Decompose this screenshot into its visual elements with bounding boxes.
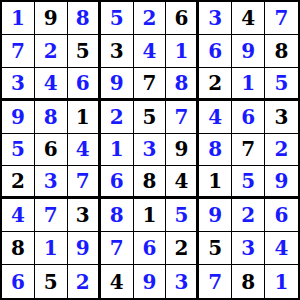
cell-r9c8[interactable]: 8 <box>232 265 265 298</box>
cell-r1c2[interactable]: 9 <box>35 2 68 35</box>
cell-r8c9[interactable]: 4 <box>265 232 298 265</box>
cell-r7c5[interactable]: 1 <box>134 199 167 232</box>
cell-r8c5[interactable]: 6 <box>134 232 167 265</box>
cell-r9c6[interactable]: 3 <box>166 265 199 298</box>
cell-r6c1[interactable]: 2 <box>2 166 35 199</box>
cell-r5c8[interactable]: 7 <box>232 134 265 167</box>
cell-r8c8[interactable]: 3 <box>232 232 265 265</box>
cell-r3c7[interactable]: 2 <box>199 68 232 101</box>
cell-r5c2[interactable]: 6 <box>35 134 68 167</box>
cell-r2c3[interactable]: 5 <box>68 35 101 68</box>
cell-r8c4[interactable]: 7 <box>101 232 134 265</box>
cell-r3c6[interactable]: 8 <box>166 68 199 101</box>
cell-r1c9[interactable]: 7 <box>265 2 298 35</box>
cell-r7c2[interactable]: 7 <box>35 199 68 232</box>
cell-r1c7[interactable]: 3 <box>199 2 232 35</box>
cell-r7c6[interactable]: 5 <box>166 199 199 232</box>
cell-r2c4[interactable]: 3 <box>101 35 134 68</box>
cell-r2c5[interactable]: 4 <box>134 35 167 68</box>
cell-r9c1[interactable]: 6 <box>2 265 35 298</box>
cell-r4c3[interactable]: 1 <box>68 101 101 134</box>
cell-r3c2[interactable]: 4 <box>35 68 68 101</box>
cell-r4c2[interactable]: 8 <box>35 101 68 134</box>
cell-r6c9[interactable]: 9 <box>265 166 298 199</box>
cell-r7c7[interactable]: 9 <box>199 199 232 232</box>
cell-r1c4[interactable]: 5 <box>101 2 134 35</box>
cell-r1c3[interactable]: 8 <box>68 2 101 35</box>
cell-r6c8[interactable]: 5 <box>232 166 265 199</box>
cell-r4c4[interactable]: 2 <box>101 101 134 134</box>
cell-r3c8[interactable]: 1 <box>232 68 265 101</box>
cell-r5c3[interactable]: 4 <box>68 134 101 167</box>
cell-r2c2[interactable]: 2 <box>35 35 68 68</box>
cell-r7c8[interactable]: 2 <box>232 199 265 232</box>
cell-r8c7[interactable]: 5 <box>199 232 232 265</box>
cell-r6c5[interactable]: 8 <box>134 166 167 199</box>
cell-r9c7[interactable]: 7 <box>199 265 232 298</box>
cell-r7c4[interactable]: 8 <box>101 199 134 232</box>
cell-r8c1[interactable]: 8 <box>2 232 35 265</box>
cell-r5c7[interactable]: 8 <box>199 134 232 167</box>
cell-r1c8[interactable]: 4 <box>232 2 265 35</box>
cell-r5c4[interactable]: 1 <box>101 134 134 167</box>
cell-r5c6[interactable]: 9 <box>166 134 199 167</box>
cell-r5c5[interactable]: 3 <box>134 134 167 167</box>
cell-r7c3[interactable]: 3 <box>68 199 101 232</box>
cell-r3c9[interactable]: 5 <box>265 68 298 101</box>
cell-r6c7[interactable]: 1 <box>199 166 232 199</box>
cell-r4c1[interactable]: 9 <box>2 101 35 134</box>
cell-r9c2[interactable]: 5 <box>35 265 68 298</box>
cell-r4c6[interactable]: 7 <box>166 101 199 134</box>
cell-r2c6[interactable]: 1 <box>166 35 199 68</box>
cell-r9c3[interactable]: 2 <box>68 265 101 298</box>
cell-r6c6[interactable]: 4 <box>166 166 199 199</box>
cell-r4c5[interactable]: 5 <box>134 101 167 134</box>
cell-r4c8[interactable]: 6 <box>232 101 265 134</box>
cell-r3c5[interactable]: 7 <box>134 68 167 101</box>
cell-r3c1[interactable]: 3 <box>2 68 35 101</box>
cell-r7c9[interactable]: 6 <box>265 199 298 232</box>
cell-r4c9[interactable]: 3 <box>265 101 298 134</box>
cell-r8c2[interactable]: 1 <box>35 232 68 265</box>
cell-r5c9[interactable]: 2 <box>265 134 298 167</box>
cell-r7c1[interactable]: 4 <box>2 199 35 232</box>
cell-r9c9[interactable]: 1 <box>265 265 298 298</box>
cell-r1c6[interactable]: 6 <box>166 2 199 35</box>
sudoku-board: 1985263477253416983469782159812574635641… <box>0 0 300 300</box>
cell-r1c1[interactable]: 1 <box>2 2 35 35</box>
cell-r9c5[interactable]: 9 <box>134 265 167 298</box>
cell-r2c9[interactable]: 8 <box>265 35 298 68</box>
cell-r1c5[interactable]: 2 <box>134 2 167 35</box>
cell-r3c3[interactable]: 6 <box>68 68 101 101</box>
cell-r4c7[interactable]: 4 <box>199 101 232 134</box>
cell-r9c4[interactable]: 4 <box>101 265 134 298</box>
cell-r2c7[interactable]: 6 <box>199 35 232 68</box>
cell-r5c1[interactable]: 5 <box>2 134 35 167</box>
cell-r6c2[interactable]: 3 <box>35 166 68 199</box>
cell-r6c3[interactable]: 7 <box>68 166 101 199</box>
cell-r3c4[interactable]: 9 <box>101 68 134 101</box>
cell-r2c1[interactable]: 7 <box>2 35 35 68</box>
cell-r8c6[interactable]: 2 <box>166 232 199 265</box>
cell-r6c4[interactable]: 6 <box>101 166 134 199</box>
cell-r2c8[interactable]: 9 <box>232 35 265 68</box>
cell-r8c3[interactable]: 9 <box>68 232 101 265</box>
